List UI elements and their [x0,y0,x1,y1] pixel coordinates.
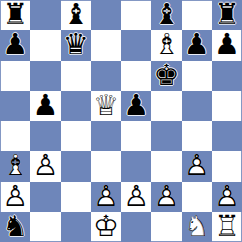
white-pawn-icon: ♙ [184,151,210,180]
black-pawn-icon: ♟ [2,30,28,59]
square-f7[interactable]: ♝♗ [151,30,181,60]
black-rook-icon: ♜ [2,0,28,29]
piece-black-pawn-g7[interactable]: ♟ [182,30,212,60]
piece-black-pawn-e5[interactable]: ♟ [121,91,151,121]
piece-white-pawn-a2[interactable]: ♟♙ [0,182,30,212]
square-a3[interactable]: ♝♗ [0,151,30,181]
piece-black-pawn-b5[interactable]: ♟ [30,91,60,121]
square-h1[interactable]: ♜♖ [212,212,242,242]
white-pawn-icon: ♙ [153,182,179,211]
piece-black-rook-a8[interactable]: ♜ [0,0,30,30]
square-b1[interactable] [30,212,60,242]
black-pawn-icon: ♟ [214,30,240,59]
square-b6[interactable] [30,61,60,91]
square-d5[interactable]: ♛♕ [91,91,121,121]
piece-black-knight-a1[interactable]: ♞ [0,212,30,242]
square-a4[interactable] [0,121,30,151]
white-bishop-icon: ♗ [153,30,179,59]
square-d6[interactable] [91,61,121,91]
square-a5[interactable] [0,91,30,121]
square-f2[interactable]: ♟♙ [151,182,181,212]
piece-white-bishop-f7[interactable]: ♝♗ [151,30,181,60]
piece-black-queen-c7[interactable]: ♛ [61,30,91,60]
square-c8[interactable]: ♝ [61,0,91,30]
piece-white-pawn-d2[interactable]: ♟♙ [91,182,121,212]
black-pawn-icon: ♟ [32,91,58,120]
square-b8[interactable] [30,0,60,30]
square-g1[interactable]: ♞♘ [182,212,212,242]
square-e1[interactable] [121,212,151,242]
square-c5[interactable] [61,91,91,121]
black-pawn-icon: ♟ [123,91,149,120]
piece-black-pawn-h7[interactable]: ♟ [212,30,242,60]
square-f5[interactable] [151,91,181,121]
white-bishop-icon: ♗ [2,151,28,180]
square-e8[interactable] [121,0,151,30]
piece-black-bishop-f8[interactable]: ♝ [151,0,181,30]
black-pawn-icon: ♟ [184,30,210,59]
square-b4[interactable] [30,121,60,151]
square-d2[interactable]: ♟♙ [91,182,121,212]
square-c1[interactable] [61,212,91,242]
square-c2[interactable] [61,182,91,212]
square-h7[interactable]: ♟ [212,30,242,60]
square-g8[interactable] [182,0,212,30]
square-h2[interactable]: ♟♙ [212,182,242,212]
square-b3[interactable]: ♟♙ [30,151,60,181]
white-pawn-icon: ♙ [2,182,28,211]
square-d7[interactable] [91,30,121,60]
square-a6[interactable] [0,61,30,91]
square-e4[interactable] [121,121,151,151]
square-b7[interactable] [30,30,60,60]
square-d8[interactable] [91,0,121,30]
piece-white-knight-g1[interactable]: ♞♘ [182,212,212,242]
square-f8[interactable]: ♝ [151,0,181,30]
square-h6[interactable] [212,61,242,91]
square-g5[interactable] [182,91,212,121]
square-e2[interactable]: ♟♙ [121,182,151,212]
square-h5[interactable] [212,91,242,121]
black-knight-icon: ♞ [2,212,28,241]
piece-white-pawn-g3[interactable]: ♟♙ [182,151,212,181]
piece-white-pawn-b3[interactable]: ♟♙ [30,151,60,181]
black-bishop-icon: ♝ [153,0,179,29]
square-d1[interactable]: ♚♔ [91,212,121,242]
square-h4[interactable] [212,121,242,151]
piece-white-rook-h1[interactable]: ♜♖ [212,212,242,242]
square-e3[interactable] [121,151,151,181]
piece-white-bishop-a3[interactable]: ♝♗ [0,151,30,181]
square-c3[interactable] [61,151,91,181]
square-g7[interactable]: ♟ [182,30,212,60]
square-b5[interactable]: ♟ [30,91,60,121]
square-a2[interactable]: ♟♙ [0,182,30,212]
square-c7[interactable]: ♛ [61,30,91,60]
square-e5[interactable]: ♟ [121,91,151,121]
white-queen-icon: ♕ [93,91,119,120]
square-d3[interactable] [91,151,121,181]
piece-white-pawn-e2[interactable]: ♟♙ [121,182,151,212]
square-g6[interactable] [182,61,212,91]
square-h3[interactable] [212,151,242,181]
square-g4[interactable] [182,121,212,151]
white-pawn-icon: ♙ [93,182,119,211]
white-pawn-icon: ♙ [32,151,58,180]
black-queen-icon: ♛ [63,30,89,59]
square-c6[interactable] [61,61,91,91]
black-king-icon: ♚ [153,61,179,90]
piece-white-king-d1[interactable]: ♚♔ [91,212,121,242]
piece-black-bishop-c8[interactable]: ♝ [61,0,91,30]
square-f6[interactable]: ♚ [151,61,181,91]
piece-white-pawn-h2[interactable]: ♟♙ [212,182,242,212]
square-e6[interactable] [121,61,151,91]
white-pawn-icon: ♙ [214,182,240,211]
square-f4[interactable] [151,121,181,151]
square-f3[interactable] [151,151,181,181]
white-pawn-icon: ♙ [123,182,149,211]
piece-black-pawn-a7[interactable]: ♟ [0,30,30,60]
square-h8[interactable]: ♜ [212,0,242,30]
piece-white-pawn-f2[interactable]: ♟♙ [151,182,181,212]
piece-black-rook-h8[interactable]: ♜ [212,0,242,30]
piece-white-queen-d5[interactable]: ♛♕ [91,91,121,121]
square-a7[interactable]: ♟ [0,30,30,60]
square-g3[interactable]: ♟♙ [182,151,212,181]
square-c4[interactable] [61,121,91,151]
white-knight-icon: ♘ [184,212,210,241]
white-rook-icon: ♖ [214,212,240,241]
white-king-icon: ♔ [93,212,119,241]
square-a8[interactable]: ♜ [0,0,30,30]
square-a1[interactable]: ♞ [0,212,30,242]
square-f1[interactable] [151,212,181,242]
square-d4[interactable] [91,121,121,151]
piece-black-king-f6[interactable]: ♚ [151,61,181,91]
chess-board: ♜♝♝♜♟♛♝♗♟♟♚♟♛♕♟♝♗♟♙♟♙♟♙♟♙♟♙♟♙♟♙♞♚♔♞♘♜♖ [0,0,242,242]
square-e7[interactable] [121,30,151,60]
black-bishop-icon: ♝ [63,0,89,29]
square-g2[interactable] [182,182,212,212]
square-b2[interactable] [30,182,60,212]
black-rook-icon: ♜ [214,0,240,29]
